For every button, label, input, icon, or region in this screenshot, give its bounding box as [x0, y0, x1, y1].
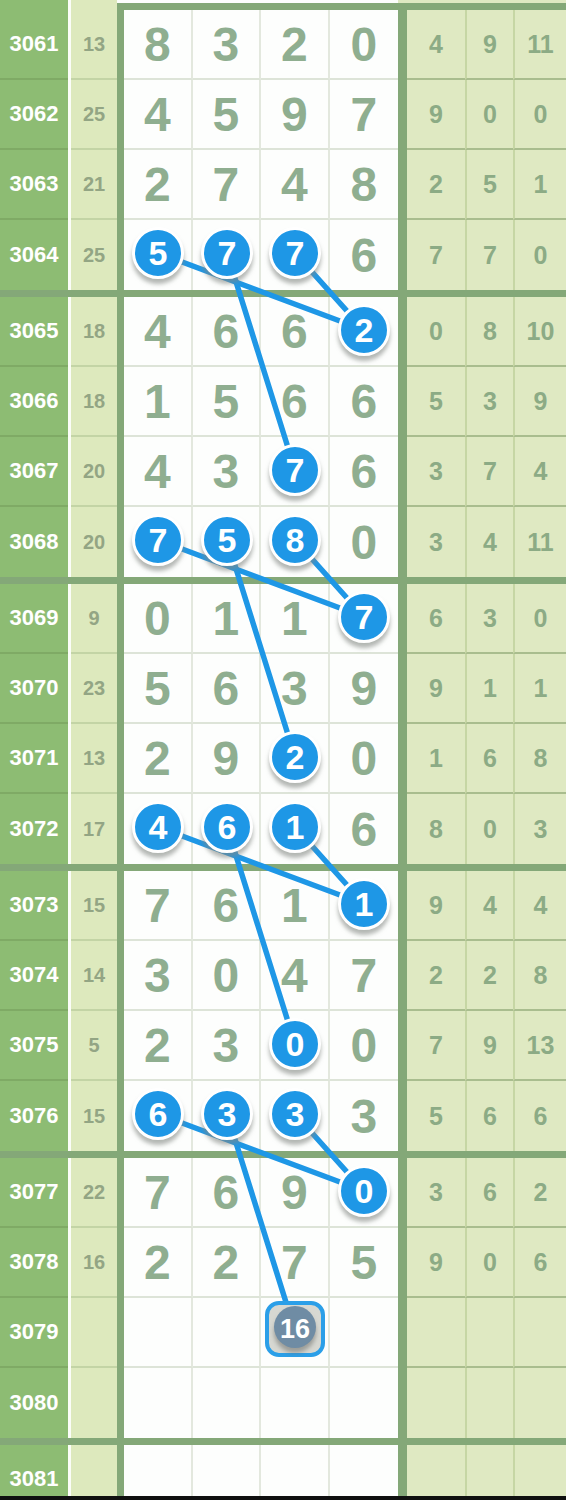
- stat-cell: 3: [407, 507, 465, 577]
- stat-cell-value: 3: [429, 528, 443, 557]
- digit-cell: 3: [124, 941, 193, 1011]
- stat-cell-value: 9: [534, 387, 548, 416]
- circled-digit-value: 3: [218, 1095, 237, 1134]
- digit-cell-value: 1: [212, 591, 239, 646]
- stat-cell-value: 3: [534, 815, 548, 844]
- row-3070: 3070235639911: [0, 654, 566, 724]
- digit-cell: 6: [193, 871, 262, 941]
- sum-cell-value: 15: [83, 1105, 105, 1128]
- vertical-group-border: [398, 941, 407, 1011]
- digit-cell: 1: [124, 367, 193, 437]
- period-cell-value: 3064: [10, 242, 59, 268]
- stat-cell-value: 8: [429, 815, 443, 844]
- period-cell-value: 3075: [10, 1032, 59, 1058]
- stat-cell: 0: [465, 1228, 513, 1298]
- stat-cell: 0: [407, 297, 465, 367]
- stat-cell: 1: [465, 654, 513, 724]
- stat-cell: 6: [513, 1228, 566, 1298]
- digit-cell-value: 2: [144, 731, 171, 786]
- period-cell: 3074: [0, 941, 68, 1011]
- vertical-group-border: [117, 220, 124, 290]
- digit-cell: 2: [261, 10, 330, 80]
- period-cell: 3066: [0, 367, 68, 437]
- vertical-group-border: [117, 584, 124, 654]
- period-cell-value: 3072: [10, 816, 59, 842]
- group-border: [0, 864, 566, 871]
- digit-cell: 8: [330, 150, 399, 220]
- stat-cell: 9: [407, 654, 465, 724]
- digit-cell: 3: [261, 654, 330, 724]
- digit-cell: 5: [193, 80, 262, 150]
- stat-cell-value: 1: [534, 674, 548, 703]
- stat-cell: 5: [407, 367, 465, 437]
- period-cell-value: 3080: [10, 1390, 59, 1416]
- period-cell: 3069: [0, 584, 68, 654]
- period-cell: 3071: [0, 724, 68, 794]
- period-cell-value: 3061: [10, 31, 59, 57]
- digit-cell: 6: [330, 437, 399, 507]
- sum-cell: 20: [71, 437, 117, 507]
- sum-cell: 5: [71, 1011, 117, 1081]
- sum-cell-value: 18: [83, 320, 105, 343]
- stat-cell: 8: [407, 794, 465, 864]
- circled-digit-value: 6: [149, 1095, 168, 1134]
- digit-cell-value: 5: [212, 87, 239, 142]
- stat-cell: 9: [407, 871, 465, 941]
- period-cell: 3078: [0, 1228, 68, 1298]
- circled-digit: 4: [132, 801, 184, 853]
- period-cell-value: 3073: [10, 892, 59, 918]
- digit-cell-value: 4: [281, 157, 308, 212]
- circled-digit: 5: [132, 227, 184, 279]
- stat-cell-value: 4: [483, 891, 497, 920]
- group-border: [0, 577, 566, 584]
- stat-cell-value: 9: [429, 100, 443, 129]
- sum-cell-value: 23: [83, 677, 105, 700]
- stat-cell: 7: [407, 220, 465, 290]
- digit-cell: [261, 1368, 330, 1438]
- vertical-group-border: [398, 724, 407, 794]
- stat-cell-value: 2: [483, 961, 497, 990]
- vertical-group-border: [398, 1368, 407, 1438]
- circled-digit: 7: [132, 514, 184, 566]
- vertical-group-border: [117, 367, 124, 437]
- group-border: [0, 1438, 566, 1445]
- circled-digit-value: 5: [149, 234, 168, 273]
- circled-digit-value: 0: [286, 1025, 305, 1064]
- stat-cell: [513, 1368, 566, 1438]
- digit-cell: 2: [124, 150, 193, 220]
- digit-cell-value: 6: [350, 228, 377, 283]
- sum-cell: 15: [71, 871, 117, 941]
- digit-cell-value: 2: [144, 1235, 171, 1290]
- digit-cell: 2: [124, 724, 193, 794]
- sum-cell-value: 14: [83, 964, 105, 987]
- period-cell-value: 3062: [10, 101, 59, 127]
- stat-cell-value: 6: [483, 1178, 497, 1207]
- digit-cell-value: 2: [212, 1235, 239, 1290]
- stat-cell: [407, 1298, 465, 1368]
- sum-cell: 9: [71, 584, 117, 654]
- digit-cell: 5: [193, 367, 262, 437]
- circled-digit-value: 7: [355, 598, 374, 637]
- digit-cell: 2: [124, 1228, 193, 1298]
- stat-cell-value: 4: [534, 891, 548, 920]
- digit-cell: 7: [261, 1228, 330, 1298]
- digit-cell: 9: [261, 1158, 330, 1228]
- digit-cell: 6: [261, 367, 330, 437]
- vertical-group-border: [117, 654, 124, 724]
- bottom-screen-edge: [0, 1496, 566, 1500]
- stat-cell-value: 6: [534, 1102, 548, 1131]
- digit-cell-value: 3: [350, 1089, 377, 1144]
- stat-cell: 5: [407, 1081, 465, 1151]
- vertical-group-border: [398, 507, 407, 577]
- digit-cell-value: 3: [212, 444, 239, 499]
- digit-cell: 4: [261, 150, 330, 220]
- stat-cell-value: 0: [483, 100, 497, 129]
- circled-digit: 7: [338, 591, 390, 643]
- period-cell: 3070: [0, 654, 68, 724]
- stat-cell-value: 0: [483, 815, 497, 844]
- digit-cell-value: 4: [281, 948, 308, 1003]
- circled-digit: 2: [338, 304, 390, 356]
- vertical-group-border: [117, 871, 124, 941]
- period-cell-value: 3070: [10, 675, 59, 701]
- circled-digit: 0: [338, 1165, 390, 1217]
- digit-cell: 6: [330, 794, 399, 864]
- stat-cell: 4: [407, 10, 465, 80]
- row-3062: 3062254597900: [0, 80, 566, 150]
- vertical-group-border: [398, 871, 407, 941]
- stat-cell: 9: [407, 1228, 465, 1298]
- sum-cell-value: 16: [83, 1251, 105, 1274]
- stat-cell-value: 1: [534, 170, 548, 199]
- lottery-trend-chart: 3061138320491130622545979003063212748251…: [0, 0, 566, 1500]
- circled-digit: 6: [201, 801, 253, 853]
- stat-cell: 0: [513, 220, 566, 290]
- digit-cell-value: 0: [350, 515, 377, 570]
- digit-cell-value: 9: [350, 661, 377, 716]
- stat-cell: 6: [465, 724, 513, 794]
- vertical-group-border: [117, 1011, 124, 1081]
- sum-cell-value: 22: [83, 1181, 105, 1204]
- digit-cell: 6: [193, 1158, 262, 1228]
- digit-cell: 7: [193, 150, 262, 220]
- digit-cell-value: 6: [212, 878, 239, 933]
- period-cell: 3079: [0, 1298, 68, 1368]
- digit-cell: 0: [124, 584, 193, 654]
- stat-cell-value: 11: [527, 528, 553, 557]
- digit-cell: [330, 1445, 399, 1500]
- circled-digit-value: 7: [286, 234, 305, 273]
- digit-cell: 7: [330, 80, 399, 150]
- stat-cell-value: 9: [429, 891, 443, 920]
- vertical-group-border: [117, 507, 124, 577]
- digit-cell-value: 3: [144, 948, 171, 1003]
- sum-cell: 21: [71, 150, 117, 220]
- stat-cell: 0: [465, 80, 513, 150]
- digit-cell-value: 6: [212, 661, 239, 716]
- digit-cell-value: 5: [350, 1235, 377, 1290]
- stat-cell: 0: [465, 794, 513, 864]
- sum-cell-value: 18: [83, 390, 105, 413]
- digit-cell: 2: [124, 1011, 193, 1081]
- digit-cell-value: 0: [350, 17, 377, 72]
- circled-digit-value: 0: [355, 1172, 374, 1211]
- digit-cell-value: 9: [212, 731, 239, 786]
- row-3066: 3066181566539: [0, 367, 566, 437]
- group-border: [0, 290, 566, 297]
- stat-cell: 7: [465, 220, 513, 290]
- circled-digit-value: 7: [149, 521, 168, 560]
- digit-cell: 0: [330, 724, 399, 794]
- vertical-group-border: [117, 1081, 124, 1151]
- digit-cell: 7: [330, 941, 399, 1011]
- circled-digit: 3: [201, 1088, 253, 1140]
- digit-cell: 3: [193, 1011, 262, 1081]
- stat-cell-value: 5: [429, 1102, 443, 1131]
- circled-digit-value: 1: [286, 808, 305, 847]
- digit-cell: 0: [330, 10, 399, 80]
- stat-cell: 4: [465, 871, 513, 941]
- stat-cell: 3: [465, 584, 513, 654]
- digit-cell-value: 6: [212, 1165, 239, 1220]
- sum-cell: 18: [71, 367, 117, 437]
- stat-cell: [407, 1445, 465, 1500]
- stat-cell-value: 6: [483, 1102, 497, 1131]
- period-cell: 3076: [0, 1081, 68, 1151]
- vertical-group-border: [117, 941, 124, 1011]
- digit-cell: 1: [193, 584, 262, 654]
- period-cell-value: 3069: [10, 605, 59, 631]
- stat-cell: 11: [513, 10, 566, 80]
- circled-digit-value: 5: [218, 521, 237, 560]
- sum-cell-value: 13: [83, 747, 105, 770]
- circled-digit-value: 3: [286, 1095, 305, 1134]
- period-cell-value: 3079: [10, 1319, 59, 1345]
- stat-cell: 8: [465, 297, 513, 367]
- circled-digit: 7: [269, 227, 321, 279]
- stat-cell-value: 8: [483, 317, 497, 346]
- period-cell: 3061: [0, 10, 68, 80]
- stat-cell: 6: [407, 584, 465, 654]
- stat-cell: 6: [465, 1081, 513, 1151]
- digit-cell-value: 7: [350, 948, 377, 1003]
- stat-cell-value: 6: [483, 744, 497, 773]
- digit-cell-value: 6: [350, 802, 377, 857]
- circled-digit: 5: [201, 514, 253, 566]
- stat-cell-value: 7: [429, 1031, 443, 1060]
- stat-cell: [465, 1298, 513, 1368]
- vertical-group-border: [398, 297, 407, 367]
- period-cell-value: 3076: [10, 1103, 59, 1129]
- digit-cell-value: 7: [144, 878, 171, 933]
- stat-cell-value: 4: [429, 30, 443, 59]
- stat-cell-value: 0: [429, 317, 443, 346]
- digit-cell-value: 5: [144, 661, 171, 716]
- stat-cell-value: 8: [534, 961, 548, 990]
- vertical-group-border: [398, 10, 407, 80]
- missing-count-value: 16: [280, 1314, 310, 1345]
- digit-cell: 3: [330, 1081, 399, 1151]
- stat-cell-value: 7: [429, 241, 443, 270]
- digit-cell: 4: [261, 941, 330, 1011]
- digit-cell-value: 1: [144, 374, 171, 429]
- sum-cell-value: 5: [88, 1034, 99, 1057]
- stat-cell: 4: [513, 437, 566, 507]
- sum-cell-value: 9: [88, 607, 99, 630]
- digit-cell-value: 7: [350, 87, 377, 142]
- circled-digit-value: 8: [286, 521, 305, 560]
- circled-digit: 8: [269, 514, 321, 566]
- stat-cell-value: 3: [429, 1178, 443, 1207]
- sum-cell-value: 13: [83, 33, 105, 56]
- digit-cell: 8: [124, 10, 193, 80]
- circled-digit: 1: [338, 878, 390, 930]
- sum-cell: 22: [71, 1158, 117, 1228]
- stat-cell: 9: [513, 367, 566, 437]
- digit-cell-value: 2: [144, 1018, 171, 1073]
- stat-cell: 6: [513, 1081, 566, 1151]
- stat-cell: 1: [513, 654, 566, 724]
- vertical-group-border: [398, 437, 407, 507]
- group-border: [0, 1151, 566, 1158]
- vertical-group-border: [398, 1228, 407, 1298]
- digit-cell-value: 0: [212, 948, 239, 1003]
- stat-cell: 0: [513, 80, 566, 150]
- stat-cell-value: 10: [527, 317, 555, 346]
- digit-cell: 0: [330, 1011, 399, 1081]
- circled-digit-value: 7: [286, 451, 305, 490]
- digit-cell-value: 4: [144, 444, 171, 499]
- stat-cell-value: 7: [483, 241, 497, 270]
- digit-cell: [124, 1368, 193, 1438]
- digit-cell-value: 7: [281, 1235, 308, 1290]
- digit-cell-value: 7: [144, 1165, 171, 1220]
- digit-cell-value: 4: [144, 304, 171, 359]
- stat-cell-value: 5: [483, 170, 497, 199]
- circled-digit: 7: [201, 227, 253, 279]
- period-cell: 3072: [0, 794, 68, 864]
- sum-cell: 25: [71, 220, 117, 290]
- circled-digit-value: 4: [149, 808, 168, 847]
- digit-cell: 4: [124, 80, 193, 150]
- stat-cell: 7: [407, 1011, 465, 1081]
- circled-digit-value: 2: [286, 738, 305, 777]
- vertical-group-border: [398, 1445, 407, 1500]
- stat-cell: 1: [407, 724, 465, 794]
- stat-cell-value: 0: [534, 604, 548, 633]
- stat-cell-value: 3: [483, 604, 497, 633]
- stat-cell-value: 0: [534, 100, 548, 129]
- circled-digit-value: 1: [355, 885, 374, 924]
- stat-cell-value: 0: [483, 1248, 497, 1277]
- digit-cell-value: 0: [350, 1018, 377, 1073]
- digit-cell: 6: [193, 297, 262, 367]
- vertical-group-border: [398, 794, 407, 864]
- stat-cell: [407, 1368, 465, 1438]
- stat-cell-value: 4: [534, 457, 548, 486]
- vertical-group-border: [117, 1228, 124, 1298]
- circled-digit-value: 2: [355, 311, 374, 350]
- stat-cell-value: 13: [527, 1031, 555, 1060]
- digit-cell: 1: [261, 584, 330, 654]
- stat-cell: 13: [513, 1011, 566, 1081]
- stat-cell: 1: [513, 150, 566, 220]
- digit-cell: 6: [261, 297, 330, 367]
- circled-digit: 1: [269, 801, 321, 853]
- digit-cell: 9: [193, 724, 262, 794]
- vertical-group-border: [398, 1158, 407, 1228]
- vertical-group-border: [117, 1368, 124, 1438]
- vertical-group-border: [117, 1158, 124, 1228]
- vertical-group-border: [117, 724, 124, 794]
- digit-cell-value: 3: [212, 17, 239, 72]
- period-cell: 3065: [0, 297, 68, 367]
- digit-cell: [193, 1368, 262, 1438]
- stat-cell: 3: [407, 1158, 465, 1228]
- stat-cell: 4: [513, 871, 566, 941]
- stat-cell: 2: [465, 941, 513, 1011]
- digit-cell-value: 6: [281, 374, 308, 429]
- stat-cell-value: 9: [483, 1031, 497, 1060]
- row-3074: 3074143047228: [0, 941, 566, 1011]
- circled-digit-value: 7: [218, 234, 237, 273]
- digit-cell-value: 8: [144, 17, 171, 72]
- digit-cell: 6: [330, 220, 399, 290]
- sum-cell: 23: [71, 654, 117, 724]
- stat-cell-value: 3: [429, 457, 443, 486]
- digit-cell: [193, 1445, 262, 1500]
- stat-cell-value: 0: [534, 241, 548, 270]
- sum-cell-value: 25: [83, 103, 105, 126]
- top-group-border: [117, 3, 566, 10]
- sum-cell: 13: [71, 724, 117, 794]
- row-3077: 307722769362: [0, 1158, 566, 1228]
- sum-cell: 17: [71, 794, 117, 864]
- digit-cell-value: 9: [281, 87, 308, 142]
- period-cell: 3068: [0, 507, 68, 577]
- digit-cell-value: 7: [212, 157, 239, 212]
- digit-cell: 0: [330, 507, 399, 577]
- stat-cell: 9: [465, 10, 513, 80]
- circled-digit: 6: [132, 1088, 184, 1140]
- digit-cell: 2: [193, 1228, 262, 1298]
- sum-cell: 20: [71, 507, 117, 577]
- sum-cell: 16: [71, 1228, 117, 1298]
- digit-cell-value: 6: [350, 374, 377, 429]
- digit-cell: 6: [193, 654, 262, 724]
- stat-cell: 10: [513, 297, 566, 367]
- stat-cell-value: 7: [483, 457, 497, 486]
- vertical-group-border: [117, 150, 124, 220]
- digit-cell: 3: [193, 437, 262, 507]
- stat-cell: 4: [465, 507, 513, 577]
- digit-cell: 9: [261, 80, 330, 150]
- digit-cell: [261, 1445, 330, 1500]
- period-cell-value: 3067: [10, 458, 59, 484]
- period-cell-value: 3077: [10, 1179, 59, 1205]
- digit-cell: 3: [193, 10, 262, 80]
- stat-cell: 7: [465, 437, 513, 507]
- digit-cell: 6: [330, 367, 399, 437]
- stat-cell: 3: [513, 794, 566, 864]
- missing-count-badge: 16: [265, 1301, 325, 1357]
- stat-cell: 11: [513, 507, 566, 577]
- stat-cell: 2: [513, 1158, 566, 1228]
- sum-cell: 18: [71, 297, 117, 367]
